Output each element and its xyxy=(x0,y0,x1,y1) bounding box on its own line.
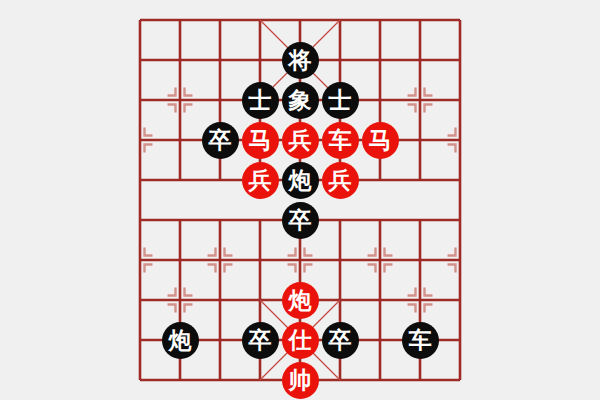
piece-black-chariot[interactable]: 车 xyxy=(402,322,439,359)
piece-red-horse[interactable]: 马 xyxy=(242,122,279,159)
pieces-layer: 将士象士卒马兵车马兵炮兵卒炮炮卒仕卒车帅 xyxy=(120,0,480,400)
piece-red-horse[interactable]: 马 xyxy=(362,122,399,159)
piece-black-soldier[interactable]: 卒 xyxy=(242,322,279,359)
piece-red-chariot[interactable]: 车 xyxy=(322,122,359,159)
piece-black-advisor[interactable]: 士 xyxy=(242,82,279,119)
xiangqi-screen: 将士象士卒马兵车马兵炮兵卒炮炮卒仕卒车帅 xyxy=(0,0,600,400)
piece-black-soldier[interactable]: 卒 xyxy=(322,322,359,359)
piece-black-advisor[interactable]: 士 xyxy=(322,82,359,119)
piece-black-soldier[interactable]: 卒 xyxy=(282,202,319,239)
piece-red-soldier[interactable]: 兵 xyxy=(282,122,319,159)
piece-black-cannon[interactable]: 炮 xyxy=(162,322,199,359)
piece-red-advisor[interactable]: 仕 xyxy=(282,322,319,359)
piece-black-cannon[interactable]: 炮 xyxy=(282,162,319,199)
piece-red-general[interactable]: 帅 xyxy=(282,362,319,399)
piece-black-elephant[interactable]: 象 xyxy=(282,82,319,119)
piece-black-soldier[interactable]: 卒 xyxy=(202,122,239,159)
piece-red-soldier[interactable]: 兵 xyxy=(322,162,359,199)
piece-red-soldier[interactable]: 兵 xyxy=(242,162,279,199)
piece-black-general[interactable]: 将 xyxy=(282,42,319,79)
piece-red-cannon[interactable]: 炮 xyxy=(282,282,319,319)
